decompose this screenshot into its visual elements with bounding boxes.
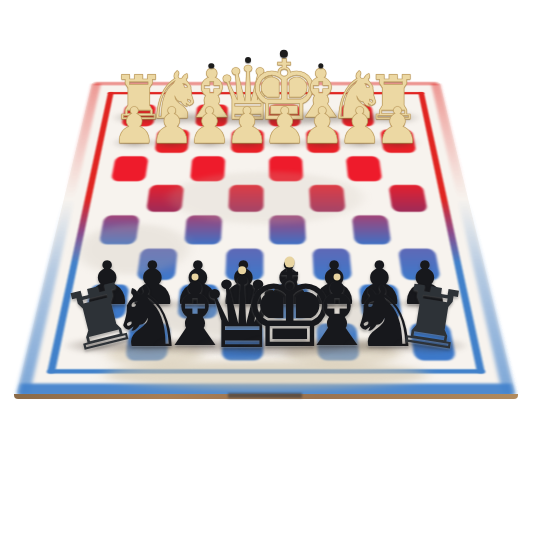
square-d5[interactable] (266, 214, 309, 247)
painted-square (190, 156, 225, 181)
square-g5[interactable] (138, 214, 184, 247)
square-a5[interactable] (389, 214, 437, 247)
square-g3[interactable] (147, 154, 189, 183)
wood-edge-smudge (228, 393, 302, 398)
square-a4[interactable] (385, 183, 431, 214)
piece-white-pawn-a2[interactable]: ♟ (375, 101, 420, 151)
square-c4[interactable] (306, 183, 349, 214)
square-b5[interactable] (348, 214, 394, 247)
square-e3[interactable] (226, 154, 266, 183)
painted-square (146, 185, 184, 212)
painted-square (269, 156, 303, 181)
square-b3[interactable] (343, 154, 385, 183)
painted-square (184, 216, 222, 245)
piece-black-rook-a8[interactable]: ♜ (390, 273, 473, 363)
square-c5[interactable] (307, 214, 351, 247)
painted-square (351, 216, 391, 245)
square-e4[interactable] (225, 183, 266, 214)
square-g4[interactable] (143, 183, 187, 214)
square-h4[interactable] (101, 183, 147, 214)
square-f4[interactable] (184, 183, 227, 214)
painted-square (98, 216, 139, 245)
square-h3[interactable] (107, 154, 151, 183)
square-f5[interactable] (181, 214, 225, 247)
square-a3[interactable] (381, 154, 425, 183)
painted-square (388, 185, 427, 212)
square-h5[interactable] (95, 214, 143, 247)
square-d3[interactable] (266, 154, 306, 183)
photo-stage: ♜♞♝♛♚♝♞♜♟♟♟♟♟♟♟♟♟♟♟♟♟♟♟♟♜♞♝♛♚♝♞♜ (0, 0, 533, 533)
square-d4[interactable] (266, 183, 307, 214)
painted-square (269, 216, 306, 245)
square-f3[interactable] (187, 154, 228, 183)
square-c3[interactable] (304, 154, 345, 183)
square-b4[interactable] (345, 183, 389, 214)
painted-square (111, 156, 149, 181)
square-e5[interactable] (223, 214, 266, 247)
painted-square (309, 185, 346, 212)
painted-square (228, 185, 263, 212)
painted-square (345, 156, 382, 181)
